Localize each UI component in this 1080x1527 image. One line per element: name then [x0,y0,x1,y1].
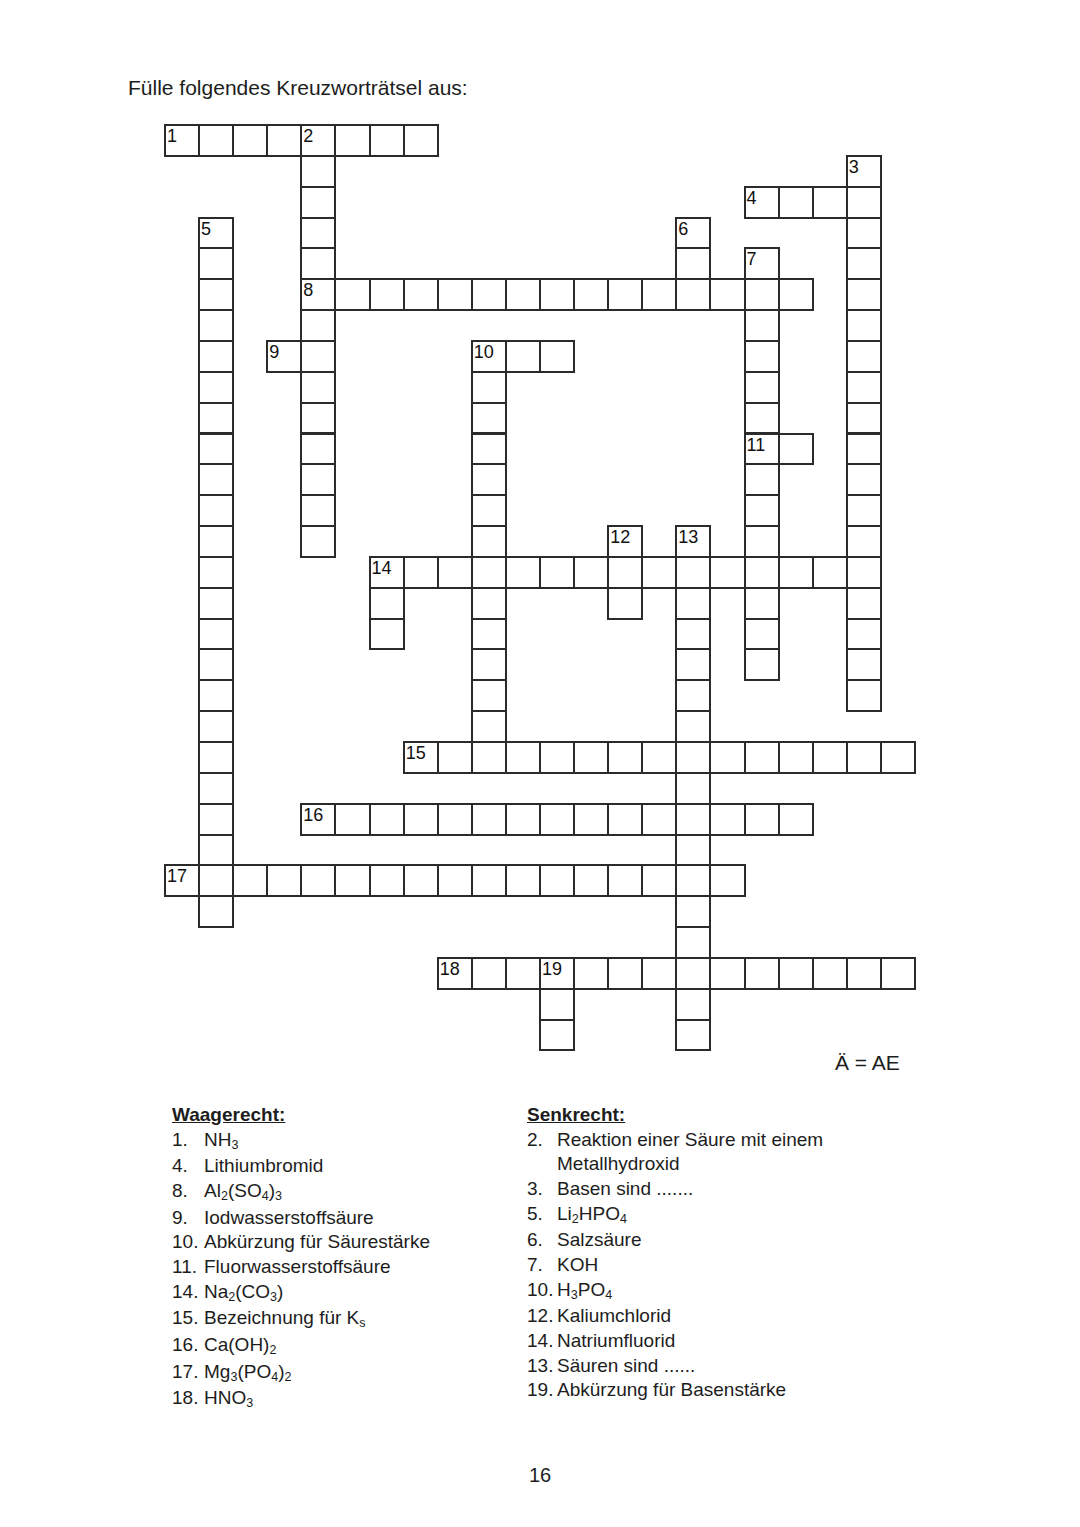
clue-number: 4 [747,188,757,208]
cell-r1c4[interactable] [300,155,336,188]
cell-r27c18[interactable] [778,957,814,990]
cell-r5c15[interactable] [675,278,711,311]
page-title: Fülle folgendes Kreuzworträtsel aus: [128,76,468,100]
cell-r14c8[interactable] [437,556,473,589]
cell-r20c11[interactable] [539,741,575,774]
cell-r17c15[interactable] [675,648,711,681]
cell-r27c12[interactable] [573,957,609,990]
cell-r20c14[interactable] [641,741,677,774]
cell-r24c14[interactable] [641,864,677,897]
cell-r12c1[interactable] [198,494,234,527]
clue-number: 18 [440,959,460,979]
clue-number: 7 [747,249,757,269]
cell-r17c20[interactable] [846,648,882,681]
clue-item-text: Na2(CO3) [204,1280,283,1307]
down-clues: Senkrecht: 2.Reaktion einer Säure mit ei… [527,1103,887,1403]
cell-r20c1[interactable] [198,741,234,774]
cell-r27c20[interactable] [846,957,882,990]
cell-r8c20[interactable] [846,371,882,404]
cell-r22c15[interactable] [675,803,711,836]
clue-number: 5 [201,219,211,239]
clue-number: 12 [610,527,630,547]
cell-r5c17[interactable] [744,278,780,311]
cell-r10c1[interactable] [198,433,234,466]
cell-r14c10[interactable] [505,556,541,589]
cell-r5c8[interactable] [437,278,473,311]
cell-r24c5[interactable] [334,864,370,897]
clue-item-number: 11. [172,1255,204,1280]
subscript: 3 [571,1288,578,1302]
worksheet-page: Fülle folgendes Kreuzworträtsel aus: 123… [0,0,1080,1527]
cell-r24c13[interactable] [607,864,643,897]
cell-r25c1[interactable] [198,895,234,928]
cell-r5c7[interactable] [403,278,439,311]
cell-r5c14[interactable] [641,278,677,311]
cell-r15c6[interactable] [369,587,405,620]
cell-r24c0[interactable]: 17 [164,864,200,897]
clue-item-text: Mg3(PO4)2 [204,1360,291,1387]
cell-r10c20[interactable] [846,433,882,466]
cell-r24c11[interactable] [539,864,575,897]
cell-r2c18[interactable] [778,186,814,219]
cell-r10c18[interactable] [778,433,814,466]
cell-r22c17[interactable] [744,803,780,836]
cell-r22c14[interactable] [641,803,677,836]
cell-r7c20[interactable] [846,340,882,373]
cell-r14c6[interactable]: 14 [369,556,405,589]
clue-item-number: 1. [172,1128,204,1153]
cell-r10c9[interactable] [471,433,507,466]
subscript: 2 [269,1343,276,1357]
cell-r14c13[interactable] [607,556,643,589]
cell-r2c4[interactable] [300,186,336,219]
cell-r23c1[interactable] [198,834,234,867]
cell-r5c12[interactable] [573,278,609,311]
down-header: Senkrecht: [527,1103,887,1128]
cell-r0c1[interactable] [198,124,234,157]
cell-r3c15[interactable]: 6 [675,217,711,250]
cell-r12c20[interactable] [846,494,882,527]
cell-r5c10[interactable] [505,278,541,311]
cell-r9c4[interactable] [300,402,336,435]
cell-r9c20[interactable] [846,402,882,435]
cell-r16c20[interactable] [846,618,882,651]
cell-r15c13[interactable] [607,587,643,620]
subscript: 2 [284,1370,291,1384]
cell-r27c10[interactable] [505,957,541,990]
clue-item-down-2: 2.Reaktion einer Säure mit einem Metallh… [527,1128,887,1177]
cell-r20c17[interactable] [744,741,780,774]
clue-item-text: Lithiumbromid [204,1154,323,1179]
cell-r16c1[interactable] [198,618,234,651]
cell-r24c15[interactable] [675,864,711,897]
cell-r13c4[interactable] [300,525,336,558]
cell-r19c15[interactable] [675,710,711,743]
cell-r2c17[interactable]: 4 [744,186,780,219]
cell-r24c1[interactable] [198,864,234,897]
clue-item-number: 8. [172,1179,204,1204]
clue-item-text: Li2HPO4 [557,1202,627,1229]
across-header: Waagerecht: [172,1103,517,1128]
clue-item-across-10: 10.Abkürzung für Säurestärke [172,1230,517,1255]
cell-r27c8[interactable]: 18 [437,957,473,990]
cell-r20c8[interactable] [437,741,473,774]
cell-r13c17[interactable] [744,525,780,558]
cell-r0c2[interactable] [232,124,268,157]
clue-number: 2 [303,126,313,146]
cell-r6c20[interactable] [846,309,882,342]
cell-r19c9[interactable] [471,710,507,743]
subscript: 2 [221,1189,228,1203]
cell-r24c10[interactable] [505,864,541,897]
cell-r6c4[interactable] [300,309,336,342]
cell-r14c20[interactable] [846,556,882,589]
cell-r7c11[interactable] [539,340,575,373]
cell-r24c4[interactable] [300,864,336,897]
cell-r14c9[interactable] [471,556,507,589]
cell-r8c17[interactable] [744,371,780,404]
cell-r16c17[interactable] [744,618,780,651]
cell-r7c17[interactable] [744,340,780,373]
cell-r14c12[interactable] [573,556,609,589]
clue-item-number: 4. [172,1154,204,1179]
cell-r27c21[interactable] [880,957,916,990]
cell-r6c1[interactable] [198,309,234,342]
cell-r22c16[interactable] [709,803,745,836]
cell-r22c11[interactable] [539,803,575,836]
clue-item-down-13: 13.Säuren sind ...... [527,1354,887,1379]
clue-number: 9 [269,342,279,362]
cell-r22c12[interactable] [573,803,609,836]
cell-r20c16[interactable] [709,741,745,774]
cell-r20c13[interactable] [607,741,643,774]
cell-r13c9[interactable] [471,525,507,558]
cell-r10c17[interactable]: 11 [744,433,780,466]
cell-r2c19[interactable] [812,186,848,219]
cell-r7c9[interactable]: 10 [471,340,507,373]
cell-r24c8[interactable] [437,864,473,897]
cell-r19c1[interactable] [198,710,234,743]
cell-r3c1[interactable]: 5 [198,217,234,250]
clue-item-number: 10. [172,1230,204,1255]
cell-r23c15[interactable] [675,834,711,867]
cell-r13c13[interactable]: 12 [607,525,643,558]
cell-r14c14[interactable] [641,556,677,589]
cell-r27c17[interactable] [744,957,780,990]
cell-r20c21[interactable] [880,741,916,774]
cell-r8c4[interactable] [300,371,336,404]
cell-r15c17[interactable] [744,587,780,620]
cell-r0c3[interactable] [266,124,302,157]
clue-item-number: 2. [527,1128,557,1153]
cell-r24c12[interactable] [573,864,609,897]
cell-r18c1[interactable] [198,679,234,712]
page-number: 16 [0,1464,1080,1487]
clue-number: 1 [167,126,177,146]
clue-item-across-18: 18.HNO3 [172,1386,517,1413]
cell-r24c9[interactable] [471,864,507,897]
subscript: 3 [231,1138,238,1152]
clue-item-across-14: 14.Na2(CO3) [172,1280,517,1307]
clue-number: 14 [372,558,392,578]
cell-r27c14[interactable] [641,957,677,990]
cell-r22c9[interactable] [471,803,507,836]
clue-number: 10 [474,342,494,362]
cell-r20c10[interactable] [505,741,541,774]
cell-r22c18[interactable] [778,803,814,836]
clue-item-number: 18. [172,1386,204,1411]
clue-item-number: 10. [527,1278,557,1303]
cell-r14c1[interactable] [198,556,234,589]
cell-r20c7[interactable]: 15 [403,741,439,774]
cell-r24c16[interactable] [709,864,745,897]
cell-r12c17[interactable] [744,494,780,527]
clue-item-number: 12. [527,1304,557,1329]
cell-r14c17[interactable] [744,556,780,589]
cell-r16c9[interactable] [471,618,507,651]
cell-r5c16[interactable] [709,278,745,311]
cell-r14c18[interactable] [778,556,814,589]
across-clues: Waagerecht: 1.NH34.Lithiumbromid8.Al2(SO… [172,1103,517,1413]
cell-r20c19[interactable] [812,741,848,774]
clue-number: 17 [167,866,187,886]
cell-r17c17[interactable] [744,648,780,681]
clue-item-number: 14. [527,1329,557,1354]
cell-r4c4[interactable] [300,247,336,280]
clue-item-text: Fluorwasserstoffsäure [204,1255,391,1280]
cell-r22c5[interactable] [334,803,370,836]
clue-item-down-12: 12.Kaliumchlorid [527,1304,887,1329]
cell-r4c1[interactable] [198,247,234,280]
subscript: 3 [230,1370,237,1384]
cell-r8c1[interactable] [198,371,234,404]
cell-r20c18[interactable] [778,741,814,774]
cell-r20c9[interactable] [471,741,507,774]
cell-r24c7[interactable] [403,864,439,897]
cell-r17c1[interactable] [198,648,234,681]
subscript: 4 [271,1370,278,1384]
cell-r17c9[interactable] [471,648,507,681]
cell-r29c11[interactable] [539,1019,575,1052]
clue-item-text: Salzsäure [557,1228,642,1253]
cell-r9c1[interactable] [198,402,234,435]
cell-r22c8[interactable] [437,803,473,836]
clue-item-number: 16. [172,1333,204,1358]
cell-r18c15[interactable] [675,679,711,712]
subscript: 3 [246,1396,253,1410]
cell-r5c1[interactable] [198,278,234,311]
cell-r16c6[interactable] [369,618,405,651]
clue-number: 6 [678,219,688,239]
cell-r26c15[interactable] [675,926,711,959]
cell-r7c10[interactable] [505,340,541,373]
cell-r7c3[interactable]: 9 [266,340,302,373]
cell-r11c20[interactable] [846,463,882,496]
clue-item-text: H3PO4 [557,1278,612,1305]
clue-item-text: Al2(SO4)3 [204,1179,282,1206]
cell-r22c1[interactable] [198,803,234,836]
subscript: 4 [605,1288,612,1302]
cell-r4c15[interactable] [675,247,711,280]
clue-number: 11 [747,435,766,455]
cell-r11c1[interactable] [198,463,234,496]
cell-r12c9[interactable] [471,494,507,527]
cell-r27c11[interactable]: 19 [539,957,575,990]
cell-r27c16[interactable] [709,957,745,990]
clue-number: 13 [678,527,698,547]
cell-r12c4[interactable] [300,494,336,527]
cell-r3c20[interactable] [846,217,882,250]
clue-item-text: HNO3 [204,1386,253,1413]
clue-item-text: Bezeichnung für Ks [204,1306,366,1333]
cell-r13c15[interactable]: 13 [675,525,711,558]
clue-item-down-7: 7.KOH [527,1253,887,1278]
cell-r24c2[interactable] [232,864,268,897]
cell-r25c15[interactable] [675,895,711,928]
clue-item-down-19: 19.Abkürzung für Basenstärke [527,1378,887,1403]
clue-item-across-9: 9.Iodwasserstoffsäure [172,1206,517,1231]
clue-number: 8 [303,280,313,300]
clue-item-number: 13. [527,1354,557,1379]
cell-r20c15[interactable] [675,741,711,774]
clue-number: 3 [849,157,859,177]
cell-r27c9[interactable] [471,957,507,990]
cell-r22c7[interactable] [403,803,439,836]
cell-r27c19[interactable] [812,957,848,990]
cell-r18c9[interactable] [471,679,507,712]
clue-item-number: 6. [527,1228,557,1253]
cell-r0c7[interactable] [403,124,439,157]
clue-item-down-6: 6.Salzsäure [527,1228,887,1253]
clue-item-across-8: 8.Al2(SO4)3 [172,1179,517,1206]
cell-r14c15[interactable] [675,556,711,589]
cell-r22c10[interactable] [505,803,541,836]
clue-item-across-4: 4.Lithiumbromid [172,1154,517,1179]
cell-r5c4[interactable]: 8 [300,278,336,311]
subscript: 2 [572,1212,579,1226]
cell-r11c9[interactable] [471,463,507,496]
cell-r2c20[interactable] [846,186,882,219]
cell-r0c4[interactable]: 2 [300,124,336,157]
clue-item-number: 7. [527,1253,557,1278]
cell-r21c1[interactable] [198,772,234,805]
cell-r5c20[interactable] [846,278,882,311]
cell-r22c13[interactable] [607,803,643,836]
cell-r5c6[interactable] [369,278,405,311]
clue-item-across-11: 11.Fluorwasserstoffsäure [172,1255,517,1280]
cell-r0c0[interactable]: 1 [164,124,200,157]
cell-r27c15[interactable] [675,957,711,990]
cell-r14c7[interactable] [403,556,439,589]
clue-item-text: Abkürzung für Basenstärke [557,1378,786,1403]
clue-item-down-3: 3.Basen sind ....... [527,1177,887,1202]
clue-item-down-10: 10.H3PO4 [527,1278,887,1305]
cell-r22c4[interactable]: 16 [300,803,336,836]
clue-item-text: Ca(OH)2 [204,1333,276,1360]
clue-item-down-5: 5.Li2HPO4 [527,1202,887,1229]
cell-r15c1[interactable] [198,587,234,620]
umlaut-note: Ä = AE [835,1051,900,1075]
clue-item-text: Säuren sind ...... [557,1354,695,1379]
cell-r24c6[interactable] [369,864,405,897]
cell-r11c4[interactable] [300,463,336,496]
clue-item-number: 14. [172,1280,204,1305]
cell-r28c11[interactable] [539,988,575,1021]
cell-r0c6[interactable] [369,124,405,157]
cell-r8c9[interactable] [471,371,507,404]
cell-r15c9[interactable] [471,587,507,620]
cell-r9c17[interactable] [744,402,780,435]
clue-item-number: 19. [527,1378,557,1403]
cell-r13c20[interactable] [846,525,882,558]
cell-r5c18[interactable] [778,278,814,311]
clue-item-text: NH3 [204,1128,238,1155]
clue-item-text: Abkürzung für Säurestärke [204,1230,430,1255]
cell-r14c19[interactable] [812,556,848,589]
subscript: s [359,1316,365,1330]
subscript: 3 [275,1189,282,1203]
clue-number: 19 [542,959,562,979]
cell-r15c15[interactable] [675,587,711,620]
cell-r14c16[interactable] [709,556,745,589]
clue-item-text: Reaktion einer Säure mit einem Metallhyd… [557,1128,823,1177]
subscript: 4 [262,1189,269,1203]
cell-r5c13[interactable] [607,278,643,311]
cell-r20c20[interactable] [846,741,882,774]
cell-r11c17[interactable] [744,463,780,496]
clue-item-number: 3. [527,1177,557,1202]
clue-item-number: 15. [172,1306,204,1331]
cell-r14c11[interactable] [539,556,575,589]
cell-r24c3[interactable] [266,864,302,897]
clue-item-down-14: 14.Natriumfluorid [527,1329,887,1354]
cell-r3c4[interactable] [300,217,336,250]
clue-number: 16 [303,805,323,825]
clue-number: 15 [406,743,426,763]
clue-item-across-17: 17.Mg3(PO4)2 [172,1360,517,1387]
cell-r9c9[interactable] [471,402,507,435]
cell-r7c4[interactable] [300,340,336,373]
cell-r21c15[interactable] [675,772,711,805]
cell-r29c15[interactable] [675,1019,711,1052]
cell-r10c4[interactable] [300,433,336,466]
subscript: 3 [270,1290,277,1304]
across-list: 1.NH34.Lithiumbromid8.Al2(SO4)39.Iodwass… [172,1128,517,1413]
cell-r7c1[interactable] [198,340,234,373]
clue-item-across-16: 16.Ca(OH)2 [172,1333,517,1360]
cell-r5c9[interactable] [471,278,507,311]
cell-r27c13[interactable] [607,957,643,990]
cell-r15c20[interactable] [846,587,882,620]
cell-r5c5[interactable] [334,278,370,311]
cell-r0c5[interactable] [334,124,370,157]
cell-r22c6[interactable] [369,803,405,836]
subscript: 2 [228,1290,235,1304]
cell-r4c17[interactable]: 7 [744,247,780,280]
cell-r18c20[interactable] [846,679,882,712]
cell-r16c15[interactable] [675,618,711,651]
clue-item-number: 5. [527,1202,557,1227]
cell-r1c20[interactable]: 3 [846,155,882,188]
clue-item-text: Kaliumchlorid [557,1304,671,1329]
cell-r5c11[interactable] [539,278,575,311]
cell-r13c1[interactable] [198,525,234,558]
subscript: 4 [620,1212,627,1226]
cell-r28c15[interactable] [675,988,711,1021]
cell-r4c20[interactable] [846,247,882,280]
cell-r6c17[interactable] [744,309,780,342]
cell-r20c12[interactable] [573,741,609,774]
